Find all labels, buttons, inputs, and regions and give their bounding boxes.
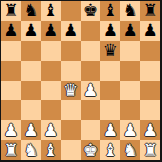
square-c2[interactable]: ♟: [41, 120, 61, 140]
square-d6[interactable]: [61, 41, 81, 61]
square-g3[interactable]: [120, 100, 140, 120]
white-pawn-piece[interactable]: ♟: [43, 122, 58, 139]
square-d8[interactable]: [61, 1, 81, 21]
square-b2[interactable]: ♟: [21, 120, 41, 140]
square-h7[interactable]: ♟: [140, 21, 160, 41]
square-c3[interactable]: [41, 100, 61, 120]
white-pawn-piece[interactable]: ♟: [3, 122, 18, 139]
square-c8[interactable]: ♝: [41, 1, 61, 21]
black-bishop-piece[interactable]: ♝: [43, 2, 58, 19]
black-queen-piece[interactable]: ♛: [103, 42, 118, 59]
white-rook-piece[interactable]: ♜: [142, 142, 157, 159]
white-knight-piece[interactable]: ♞: [123, 142, 138, 159]
black-rook-piece[interactable]: ♜: [3, 2, 18, 19]
white-king-piece[interactable]: ♚: [83, 142, 98, 159]
square-h5[interactable]: [140, 61, 160, 81]
square-g5[interactable]: [120, 61, 140, 81]
square-h4[interactable]: [140, 81, 160, 101]
square-d2[interactable]: [61, 120, 81, 140]
white-rook-piece[interactable]: ♜: [3, 142, 18, 159]
square-h1[interactable]: ♜: [140, 140, 160, 160]
square-e6[interactable]: [81, 41, 101, 61]
square-b5[interactable]: [21, 61, 41, 81]
square-a1[interactable]: ♜: [1, 140, 21, 160]
square-g2[interactable]: ♟: [120, 120, 140, 140]
white-bishop-piece[interactable]: ♝: [43, 142, 58, 159]
square-b1[interactable]: ♞: [21, 140, 41, 160]
white-pawn-piece[interactable]: ♟: [123, 122, 138, 139]
square-f3[interactable]: [100, 100, 120, 120]
square-c6[interactable]: [41, 41, 61, 61]
square-g7[interactable]: ♟: [120, 21, 140, 41]
square-b7[interactable]: ♟: [21, 21, 41, 41]
square-e8[interactable]: ♚: [81, 1, 101, 21]
square-e1[interactable]: ♚: [81, 140, 101, 160]
square-c4[interactable]: [41, 81, 61, 101]
square-g1[interactable]: ♞: [120, 140, 140, 160]
square-g6[interactable]: [120, 41, 140, 61]
square-b4[interactable]: [21, 81, 41, 101]
white-pawn-piece[interactable]: ♟: [83, 82, 98, 99]
square-a8[interactable]: ♜: [1, 1, 21, 21]
black-rook-piece[interactable]: ♜: [142, 2, 157, 19]
square-a3[interactable]: [1, 100, 21, 120]
square-g4[interactable]: [120, 81, 140, 101]
square-f5[interactable]: [100, 61, 120, 81]
square-d4[interactable]: ♛: [61, 81, 81, 101]
square-f8[interactable]: ♝: [100, 1, 120, 21]
square-c7[interactable]: ♟: [41, 21, 61, 41]
black-bishop-piece[interactable]: ♝: [103, 2, 118, 19]
square-f1[interactable]: ♝: [100, 140, 120, 160]
white-pawn-piece[interactable]: ♟: [23, 122, 38, 139]
black-king-piece[interactable]: ♚: [83, 2, 98, 19]
square-b8[interactable]: ♞: [21, 1, 41, 21]
square-d5[interactable]: [61, 61, 81, 81]
black-pawn-piece[interactable]: ♟: [142, 22, 157, 39]
square-h6[interactable]: [140, 41, 160, 61]
square-a6[interactable]: [1, 41, 21, 61]
white-queen-piece[interactable]: ♛: [63, 82, 78, 99]
black-pawn-piece[interactable]: ♟: [23, 22, 38, 39]
black-knight-piece[interactable]: ♞: [123, 2, 138, 19]
square-e5[interactable]: [81, 61, 101, 81]
white-bishop-piece[interactable]: ♝: [103, 142, 118, 159]
black-pawn-piece[interactable]: ♟: [3, 22, 18, 39]
square-g8[interactable]: ♞: [120, 1, 140, 21]
square-c1[interactable]: ♝: [41, 140, 61, 160]
black-knight-piece[interactable]: ♞: [23, 2, 38, 19]
white-knight-piece[interactable]: ♞: [23, 142, 38, 159]
white-pawn-piece[interactable]: ♟: [103, 122, 118, 139]
square-a2[interactable]: ♟: [1, 120, 21, 140]
square-d1[interactable]: [61, 140, 81, 160]
white-pawn-piece[interactable]: ♟: [142, 122, 157, 139]
square-c5[interactable]: [41, 61, 61, 81]
square-d3[interactable]: [61, 100, 81, 120]
square-a4[interactable]: [1, 81, 21, 101]
square-d7[interactable]: ♟: [61, 21, 81, 41]
square-f6[interactable]: ♛: [100, 41, 120, 61]
square-h8[interactable]: ♜: [140, 1, 160, 21]
square-b6[interactable]: [21, 41, 41, 61]
square-e4[interactable]: ♟: [81, 81, 101, 101]
black-pawn-piece[interactable]: ♟: [123, 22, 138, 39]
black-pawn-piece[interactable]: ♟: [103, 22, 118, 39]
square-e3[interactable]: [81, 100, 101, 120]
chess-board: ♜♞♝♚♝♞♜♟♟♟♟♟♟♟♛♛♟♟♟♟♟♟♟♜♞♝♚♝♞♜: [0, 0, 162, 162]
square-b3[interactable]: [21, 100, 41, 120]
square-a7[interactable]: ♟: [1, 21, 21, 41]
square-f4[interactable]: [100, 81, 120, 101]
square-e2[interactable]: [81, 120, 101, 140]
square-h2[interactable]: ♟: [140, 120, 160, 140]
black-pawn-piece[interactable]: ♟: [43, 22, 58, 39]
square-e7[interactable]: [81, 21, 101, 41]
black-pawn-piece[interactable]: ♟: [63, 22, 78, 39]
square-f2[interactable]: ♟: [100, 120, 120, 140]
square-a5[interactable]: [1, 61, 21, 81]
square-f7[interactable]: ♟: [100, 21, 120, 41]
square-h3[interactable]: [140, 100, 160, 120]
